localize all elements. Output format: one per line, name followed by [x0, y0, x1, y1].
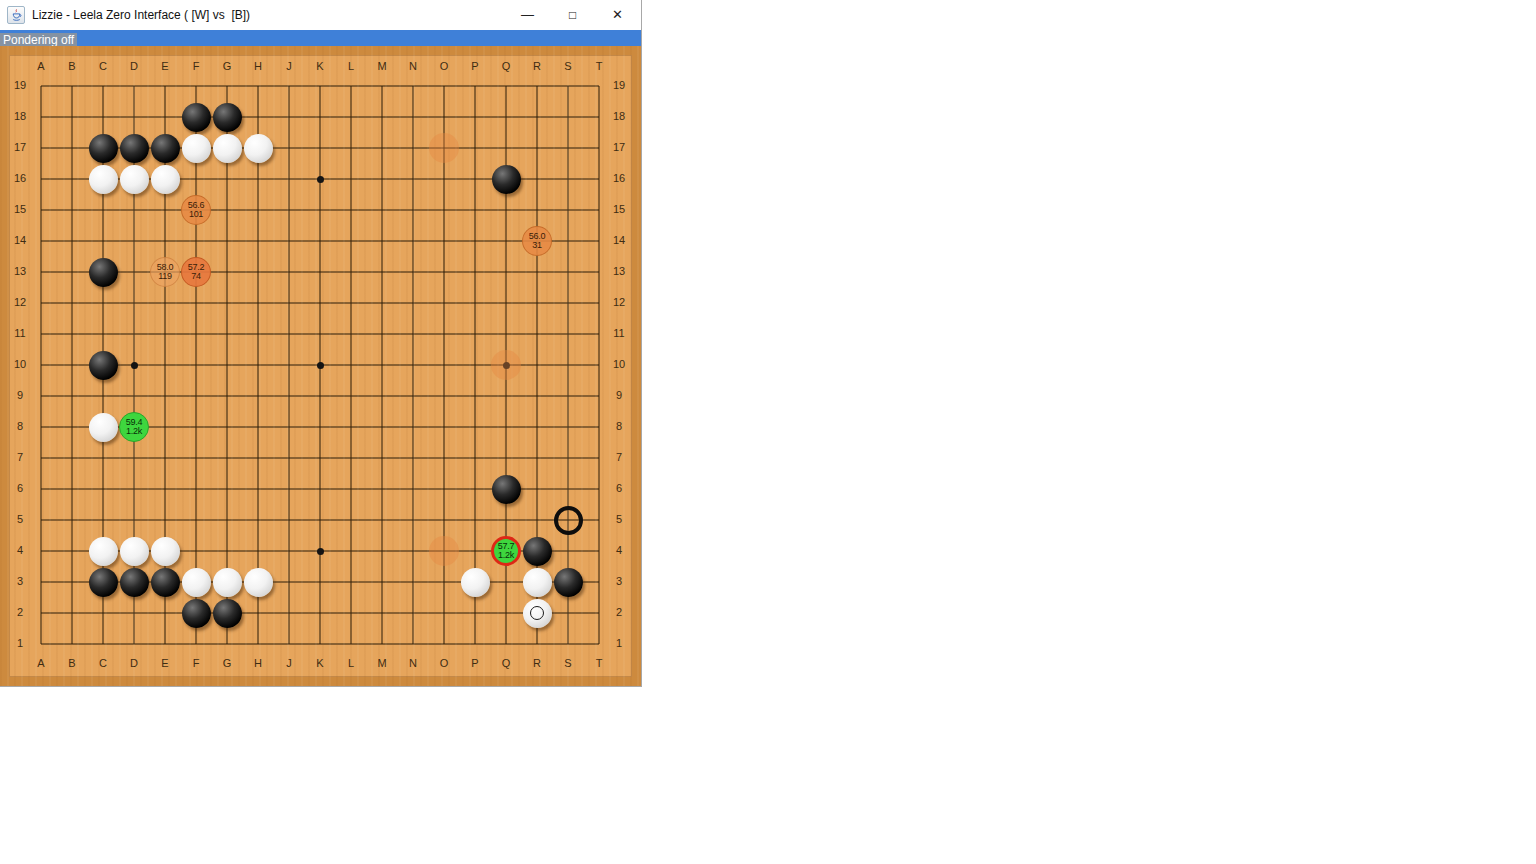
- coord-col-T-top: T: [588, 60, 610, 72]
- stone-white-E16[interactable]: [151, 165, 180, 194]
- stone-white-F3[interactable]: [182, 568, 211, 597]
- stone-black-G2[interactable]: [213, 599, 242, 628]
- coord-col-C-top: C: [92, 60, 114, 72]
- coord-col-B-top: B: [61, 60, 83, 72]
- coord-col-A-bottom: A: [30, 657, 52, 669]
- candidate-move-Q10[interactable]: [491, 350, 521, 380]
- maximize-button[interactable]: □: [550, 0, 595, 30]
- app-window: Lizzie - Leela Zero Interface ( [W] vs […: [0, 0, 642, 687]
- coord-col-M-bottom: M: [371, 657, 393, 669]
- stone-white-C16[interactable]: [89, 165, 118, 194]
- stone-black-S3[interactable]: [554, 568, 583, 597]
- candidate-move-O4[interactable]: [429, 536, 459, 566]
- coord-col-E-top: E: [154, 60, 176, 72]
- coord-col-D-top: D: [123, 60, 145, 72]
- coord-row-11-left: 11: [9, 327, 31, 339]
- coord-row-9-left: 9: [9, 389, 31, 401]
- coord-col-T-bottom: T: [588, 657, 610, 669]
- coord-row-9-right: 9: [608, 389, 630, 401]
- stone-black-E17[interactable]: [151, 134, 180, 163]
- stone-white-H3[interactable]: [244, 568, 273, 597]
- coord-col-S-bottom: S: [557, 657, 579, 669]
- coord-row-6-right: 6: [608, 482, 630, 494]
- coord-col-A-top: A: [30, 60, 52, 72]
- coord-col-H-bottom: H: [247, 657, 269, 669]
- coord-row-2-left: 2: [9, 606, 31, 618]
- coord-col-G-top: G: [216, 60, 238, 72]
- stone-black-C13[interactable]: [89, 258, 118, 287]
- coord-col-F-bottom: F: [185, 657, 207, 669]
- coord-col-O-top: O: [433, 60, 455, 72]
- stone-black-C17[interactable]: [89, 134, 118, 163]
- coord-row-4-right: 4: [608, 544, 630, 556]
- coord-row-13-left: 13: [9, 265, 31, 277]
- stone-black-R4[interactable]: [523, 537, 552, 566]
- coord-row-8-left: 8: [9, 420, 31, 432]
- next-move-marker-S5: [554, 506, 583, 535]
- stone-black-Q16[interactable]: [492, 165, 521, 194]
- coord-col-R-bottom: R: [526, 657, 548, 669]
- stone-white-P3[interactable]: [461, 568, 490, 597]
- coord-col-L-top: L: [340, 60, 362, 72]
- coord-col-D-bottom: D: [123, 657, 145, 669]
- star-point-K10: [317, 362, 324, 369]
- candidate-move-E13[interactable]: 58.0119: [150, 257, 180, 287]
- coord-row-13-right: 13: [608, 265, 630, 277]
- coord-row-4-left: 4: [9, 544, 31, 556]
- stone-black-C10[interactable]: [89, 351, 118, 380]
- coord-col-P-top: P: [464, 60, 486, 72]
- coord-col-G-bottom: G: [216, 657, 238, 669]
- coord-col-K-top: K: [309, 60, 331, 72]
- candidate-visits: 31: [532, 241, 541, 251]
- stone-white-R3[interactable]: [523, 568, 552, 597]
- stone-white-C8[interactable]: [89, 413, 118, 442]
- coord-col-N-top: N: [402, 60, 424, 72]
- stone-black-C3[interactable]: [89, 568, 118, 597]
- stone-white-F17[interactable]: [182, 134, 211, 163]
- coord-col-P-bottom: P: [464, 657, 486, 669]
- coord-row-7-left: 7: [9, 451, 31, 463]
- stone-black-F2[interactable]: [182, 599, 211, 628]
- candidate-visits: 1.2k: [126, 427, 142, 437]
- coord-row-1-right: 1: [608, 637, 630, 649]
- coord-row-3-right: 3: [608, 575, 630, 587]
- coord-row-15-left: 15: [9, 203, 31, 215]
- coord-col-J-bottom: J: [278, 657, 300, 669]
- coord-col-C-bottom: C: [92, 657, 114, 669]
- close-button[interactable]: ✕: [595, 0, 640, 30]
- stone-black-F18[interactable]: [182, 103, 211, 132]
- coord-row-10-left: 10: [9, 358, 31, 370]
- coord-col-N-bottom: N: [402, 657, 424, 669]
- stone-white-D16[interactable]: [120, 165, 149, 194]
- coord-col-E-bottom: E: [154, 657, 176, 669]
- coord-row-18-right: 18: [608, 110, 630, 122]
- stone-white-D4[interactable]: [120, 537, 149, 566]
- coord-row-17-left: 17: [9, 141, 31, 153]
- coord-col-J-top: J: [278, 60, 300, 72]
- coord-row-18-left: 18: [9, 110, 31, 122]
- stone-white-G17[interactable]: [213, 134, 242, 163]
- stone-black-D17[interactable]: [120, 134, 149, 163]
- coord-row-14-right: 14: [608, 234, 630, 246]
- coord-row-2-right: 2: [608, 606, 630, 618]
- go-board[interactable]: AABBCCDDEEFFGGHHJJKKLLMMNNOOPPQQRRSSTT19…: [0, 46, 641, 686]
- coord-col-F-top: F: [185, 60, 207, 72]
- stone-black-E3[interactable]: [151, 568, 180, 597]
- last-move-marker-R2: [530, 606, 544, 620]
- title-bar[interactable]: Lizzie - Leela Zero Interface ( [W] vs […: [0, 0, 641, 30]
- candidate-visits: 101: [189, 210, 203, 220]
- coord-col-R-top: R: [526, 60, 548, 72]
- coord-row-16-left: 16: [9, 172, 31, 184]
- coord-row-11-right: 11: [608, 327, 630, 339]
- coord-col-B-bottom: B: [61, 657, 83, 669]
- status-bar: Pondering off: [0, 30, 641, 46]
- candidate-move-O17[interactable]: [429, 133, 459, 163]
- candidate-visits: 74: [191, 272, 200, 282]
- minimize-button[interactable]: —: [505, 0, 550, 30]
- star-point-K4: [317, 548, 324, 555]
- stone-black-D3[interactable]: [120, 568, 149, 597]
- coord-row-8-right: 8: [608, 420, 630, 432]
- stone-white-E4[interactable]: [151, 537, 180, 566]
- coord-row-7-right: 7: [608, 451, 630, 463]
- star-point-D10: [131, 362, 138, 369]
- coord-row-5-right: 5: [608, 513, 630, 525]
- candidate-move-Q4[interactable]: 57.71.2k: [491, 536, 521, 566]
- candidate-move-F15[interactable]: 56.6101: [181, 195, 211, 225]
- candidate-move-R14[interactable]: 56.031: [522, 226, 552, 256]
- coord-row-5-left: 5: [9, 513, 31, 525]
- coord-col-Q-bottom: Q: [495, 657, 517, 669]
- coord-col-H-top: H: [247, 60, 269, 72]
- coord-row-12-left: 12: [9, 296, 31, 308]
- candidate-visits: 1.2k: [498, 551, 514, 561]
- coord-row-16-right: 16: [608, 172, 630, 184]
- candidate-move-D8[interactable]: 59.41.2k: [119, 412, 149, 442]
- candidate-visits: 119: [158, 272, 171, 282]
- coord-row-15-right: 15: [608, 203, 630, 215]
- coord-row-1-left: 1: [9, 637, 31, 649]
- coord-row-14-left: 14: [9, 234, 31, 246]
- coord-col-L-bottom: L: [340, 657, 362, 669]
- coord-row-10-right: 10: [608, 358, 630, 370]
- coord-row-17-right: 17: [608, 141, 630, 153]
- coord-row-19-left: 19: [9, 79, 31, 91]
- coord-col-S-top: S: [557, 60, 579, 72]
- candidate-move-F13[interactable]: 57.274: [181, 257, 211, 287]
- stone-black-G18[interactable]: [213, 103, 242, 132]
- java-cup-icon: [10, 9, 23, 22]
- coord-row-12-right: 12: [608, 296, 630, 308]
- stone-white-H17[interactable]: [244, 134, 273, 163]
- coord-col-M-top: M: [371, 60, 393, 72]
- stone-white-G3[interactable]: [213, 568, 242, 597]
- window-title: Lizzie - Leela Zero Interface ( [W] vs […: [32, 0, 250, 30]
- coord-col-O-bottom: O: [433, 657, 455, 669]
- coord-row-3-left: 3: [9, 575, 31, 587]
- coord-col-K-bottom: K: [309, 657, 331, 669]
- coord-row-6-left: 6: [9, 482, 31, 494]
- coord-row-19-right: 19: [608, 79, 630, 91]
- stone-white-C4[interactable]: [89, 537, 118, 566]
- stone-black-Q6[interactable]: [492, 475, 521, 504]
- java-app-icon[interactable]: [7, 6, 25, 24]
- coord-col-Q-top: Q: [495, 60, 517, 72]
- star-point-K16: [317, 176, 324, 183]
